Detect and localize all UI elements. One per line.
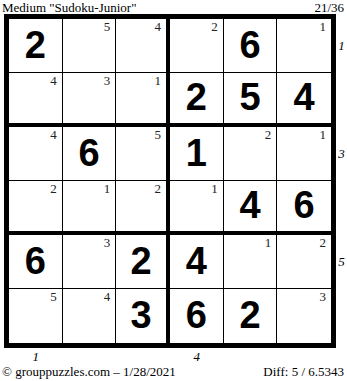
cell-r2c4[interactable]: 2	[170, 73, 224, 127]
cell-r1c6[interactable]: 1	[277, 19, 331, 73]
cell-r3c1[interactable]: 4	[9, 127, 63, 181]
col-label-5	[224, 349, 278, 365]
cell-r5c2[interactable]: 3	[63, 235, 117, 289]
cell-r4c5[interactable]: 4	[224, 181, 278, 235]
given-digit: 6	[25, 242, 46, 280]
cell-r1c4[interactable]: 2	[170, 19, 224, 73]
copyright-text: © grouppuzzles.com – 1/28/2021	[2, 364, 176, 380]
difficulty-text: Diff: 5 / 6.5343	[263, 364, 344, 380]
sudoku-board: 254261431254465121212146632412543623	[4, 14, 336, 348]
given-digit: 2	[186, 78, 207, 116]
cell-r6c3[interactable]: 3	[116, 289, 170, 343]
pencil-mark: 2	[155, 182, 162, 196]
given-digit: 4	[239, 186, 260, 224]
cell-r1c1[interactable]: 2	[9, 19, 63, 73]
cell-r5c1[interactable]: 6	[9, 235, 63, 289]
cell-r2c6[interactable]: 4	[277, 73, 331, 127]
pencil-mark: 1	[155, 74, 162, 88]
given-digit: 4	[294, 78, 315, 116]
col-label-3	[116, 349, 170, 365]
given-digit: 4	[186, 242, 207, 280]
cell-r6c1[interactable]: 5	[9, 289, 63, 343]
given-digit: 2	[239, 296, 260, 334]
cell-r2c1[interactable]: 4	[9, 73, 63, 127]
given-digit: 1	[186, 134, 207, 172]
col-label-1: 1	[9, 349, 63, 365]
cell-r6c5[interactable]: 2	[224, 289, 278, 343]
cell-r1c3[interactable]: 4	[116, 19, 170, 73]
pencil-mark: 1	[320, 128, 327, 142]
col-hint-labels: 14	[9, 349, 331, 364]
given-digit: 6	[78, 134, 99, 172]
pencil-mark: 2	[320, 236, 327, 250]
row-label-2	[336, 73, 347, 127]
pencil-mark: 1	[104, 182, 111, 196]
given-digit: 3	[131, 296, 152, 334]
cell-r1c2[interactable]: 5	[63, 19, 117, 73]
pencil-mark: 1	[211, 182, 218, 196]
cell-r6c2[interactable]: 4	[63, 289, 117, 343]
cell-r5c6[interactable]: 2	[277, 235, 331, 289]
pencil-mark: 3	[104, 236, 111, 250]
given-digit: 2	[131, 242, 152, 280]
pencil-mark: 4	[155, 20, 162, 34]
cell-r4c1[interactable]: 2	[9, 181, 63, 235]
pencil-mark: 1	[320, 20, 327, 34]
given-digit: 6	[239, 26, 260, 64]
cell-r3c4[interactable]: 1	[170, 127, 224, 181]
cell-r5c5[interactable]: 1	[224, 235, 278, 289]
pencil-mark: 5	[155, 128, 162, 142]
row-label-4	[336, 181, 347, 235]
row-label-3: 3	[336, 127, 347, 181]
row-label-5: 5	[336, 235, 347, 289]
row-label-1: 1	[336, 19, 347, 73]
pencil-mark: 5	[50, 290, 57, 304]
col-label-4: 4	[170, 349, 224, 365]
cell-r3c6[interactable]: 1	[277, 127, 331, 181]
cell-r5c3[interactable]: 2	[116, 235, 170, 289]
pencil-mark: 3	[320, 290, 327, 304]
row-hint-labels: 135	[336, 19, 347, 343]
row-label-6	[336, 289, 347, 343]
pencil-mark: 4	[50, 74, 57, 88]
cell-r6c6[interactable]: 3	[277, 289, 331, 343]
cell-r3c3[interactable]: 5	[116, 127, 170, 181]
cell-r3c5[interactable]: 2	[224, 127, 278, 181]
given-digit: 6	[186, 296, 207, 334]
pencil-mark: 4	[104, 290, 111, 304]
cell-r5c4[interactable]: 4	[170, 235, 224, 289]
pencil-mark: 5	[104, 20, 111, 34]
pencil-mark: 1	[265, 236, 272, 250]
cell-r4c2[interactable]: 1	[63, 181, 117, 235]
cell-r4c4[interactable]: 1	[170, 181, 224, 235]
cell-r2c3[interactable]: 1	[116, 73, 170, 127]
pencil-mark: 2	[50, 182, 57, 196]
given-digit: 6	[294, 186, 315, 224]
cell-r6c4[interactable]: 6	[170, 289, 224, 343]
given-digit: 5	[239, 78, 260, 116]
col-label-6	[277, 349, 331, 365]
pencil-mark: 3	[104, 74, 111, 88]
given-digit: 2	[25, 26, 46, 64]
cell-r3c2[interactable]: 6	[63, 127, 117, 181]
cell-r4c6[interactable]: 6	[277, 181, 331, 235]
pencil-mark: 2	[211, 20, 218, 34]
cell-r2c2[interactable]: 3	[63, 73, 117, 127]
cell-r2c5[interactable]: 5	[224, 73, 278, 127]
pencil-mark: 2	[265, 128, 272, 142]
col-label-2	[63, 349, 117, 365]
cell-r1c5[interactable]: 6	[224, 19, 278, 73]
pencil-mark: 4	[50, 128, 57, 142]
cell-r4c3[interactable]: 2	[116, 181, 170, 235]
